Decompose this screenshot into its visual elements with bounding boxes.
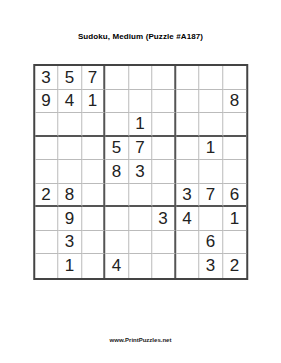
cell-r3c8	[199, 113, 223, 137]
sudoku-page: Sudoku, Medium (Puzzle #A187) 3579418157…	[0, 0, 281, 363]
cell-r1c5	[129, 66, 153, 90]
cell-r5c7	[176, 160, 200, 184]
footer-url: www.PrintPuzzles.net	[0, 337, 281, 343]
sudoku-grid: 3579418157183283769341361432	[33, 64, 249, 280]
cell-r5c6	[152, 160, 176, 184]
cell-r1c2: 5	[58, 66, 82, 90]
cell-r7c8	[199, 207, 223, 231]
cell-r9c7	[176, 254, 200, 278]
cell-r2c8	[199, 90, 223, 114]
cell-r2c1: 9	[35, 90, 59, 114]
cell-r4c2	[58, 137, 82, 161]
cell-r7c2: 9	[58, 207, 82, 231]
cell-r6c9: 6	[223, 184, 247, 208]
cell-r5c3	[82, 160, 106, 184]
cell-r9c5	[129, 254, 153, 278]
cell-r9c6	[152, 254, 176, 278]
cell-r6c2: 8	[58, 184, 82, 208]
cell-r3c5: 1	[129, 113, 153, 137]
cell-r5c2	[58, 160, 82, 184]
cell-r6c7: 3	[176, 184, 200, 208]
cell-r8c3	[82, 231, 106, 255]
cell-r7c4	[105, 207, 129, 231]
cell-r1c6	[152, 66, 176, 90]
cell-r4c9	[223, 137, 247, 161]
cell-r3c4	[105, 113, 129, 137]
sudoku-grid-wrapper: 3579418157183283769341361432	[33, 64, 249, 280]
cell-r1c7	[176, 66, 200, 90]
cell-r2c2: 4	[58, 90, 82, 114]
cell-r9c1	[35, 254, 59, 278]
cell-r9c2: 1	[58, 254, 82, 278]
cell-r4c1	[35, 137, 59, 161]
cell-r8c2: 3	[58, 231, 82, 255]
cell-r8c7	[176, 231, 200, 255]
cell-r9c3	[82, 254, 106, 278]
cell-r3c6	[152, 113, 176, 137]
cell-r7c9: 1	[223, 207, 247, 231]
cell-r4c6	[152, 137, 176, 161]
cell-r5c9	[223, 160, 247, 184]
cell-r6c5	[129, 184, 153, 208]
cell-r8c6	[152, 231, 176, 255]
cell-r1c8	[199, 66, 223, 90]
cell-r5c8	[199, 160, 223, 184]
cell-r9c4: 4	[105, 254, 129, 278]
cell-r4c4: 5	[105, 137, 129, 161]
cell-r8c5	[129, 231, 153, 255]
cell-r9c9: 2	[223, 254, 247, 278]
cell-r2c3: 1	[82, 90, 106, 114]
cell-r7c3	[82, 207, 106, 231]
cell-r2c9: 8	[223, 90, 247, 114]
cell-r1c1: 3	[35, 66, 59, 90]
cell-r2c5	[129, 90, 153, 114]
cell-r4c7	[176, 137, 200, 161]
cell-r6c3	[82, 184, 106, 208]
page-title: Sudoku, Medium (Puzzle #A187)	[0, 32, 281, 41]
cell-r7c5	[129, 207, 153, 231]
cell-r8c9	[223, 231, 247, 255]
cell-r8c4	[105, 231, 129, 255]
cell-r2c6	[152, 90, 176, 114]
cell-r5c4: 8	[105, 160, 129, 184]
cell-r4c3	[82, 137, 106, 161]
cell-r8c1	[35, 231, 59, 255]
cell-r6c8: 7	[199, 184, 223, 208]
cell-r3c3	[82, 113, 106, 137]
cell-r9c8: 3	[199, 254, 223, 278]
cell-r5c1	[35, 160, 59, 184]
cell-r3c1	[35, 113, 59, 137]
cell-r6c4	[105, 184, 129, 208]
cell-r3c2	[58, 113, 82, 137]
cell-r4c5: 7	[129, 137, 153, 161]
cell-r7c7: 4	[176, 207, 200, 231]
cell-r1c4	[105, 66, 129, 90]
cell-r4c8: 1	[199, 137, 223, 161]
cell-r2c7	[176, 90, 200, 114]
cell-r6c6	[152, 184, 176, 208]
cell-r6c1: 2	[35, 184, 59, 208]
cell-r7c6: 3	[152, 207, 176, 231]
cell-r3c7	[176, 113, 200, 137]
cell-r5c5: 3	[129, 160, 153, 184]
cell-r3c9	[223, 113, 247, 137]
cell-r1c3: 7	[82, 66, 106, 90]
cell-r1c9	[223, 66, 247, 90]
cell-r2c4	[105, 90, 129, 114]
cell-r8c8: 6	[199, 231, 223, 255]
cell-r7c1	[35, 207, 59, 231]
